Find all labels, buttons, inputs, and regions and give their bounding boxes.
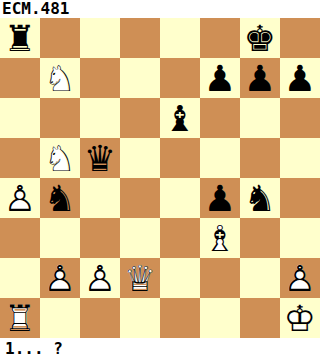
square-b8[interactable] bbox=[40, 18, 80, 58]
white-bishop-piece: ♗ bbox=[200, 218, 240, 258]
square-h2[interactable]: ♟♙ bbox=[280, 258, 320, 298]
footer-bar: 1... ? bbox=[0, 338, 320, 360]
white-knight-piece: ♘ bbox=[40, 58, 80, 98]
white-pawn-piece: ♙ bbox=[280, 258, 320, 298]
square-c5[interactable]: ♛ bbox=[80, 138, 120, 178]
square-e5[interactable] bbox=[160, 138, 200, 178]
square-a5[interactable] bbox=[0, 138, 40, 178]
square-g1[interactable] bbox=[240, 298, 280, 338]
square-c4[interactable] bbox=[80, 178, 120, 218]
square-e3[interactable] bbox=[160, 218, 200, 258]
header-bar: ECM.481 bbox=[0, 0, 320, 18]
move-prompt: 1... ? bbox=[5, 338, 63, 360]
black-bishop-piece: ♝ bbox=[160, 98, 200, 138]
square-g8[interactable]: ♚ bbox=[240, 18, 280, 58]
puzzle-id: ECM.481 bbox=[2, 0, 69, 18]
square-f1[interactable] bbox=[200, 298, 240, 338]
square-e8[interactable] bbox=[160, 18, 200, 58]
square-f5[interactable] bbox=[200, 138, 240, 178]
square-g5[interactable] bbox=[240, 138, 280, 178]
square-f3[interactable]: ♝♗ bbox=[200, 218, 240, 258]
square-b6[interactable] bbox=[40, 98, 80, 138]
square-a3[interactable] bbox=[0, 218, 40, 258]
square-a8[interactable]: ♜ bbox=[0, 18, 40, 58]
square-b2[interactable]: ♟♙ bbox=[40, 258, 80, 298]
square-h5[interactable] bbox=[280, 138, 320, 178]
square-g6[interactable] bbox=[240, 98, 280, 138]
square-d6[interactable] bbox=[120, 98, 160, 138]
square-d5[interactable] bbox=[120, 138, 160, 178]
square-d2[interactable]: ♛♕ bbox=[120, 258, 160, 298]
square-a7[interactable] bbox=[0, 58, 40, 98]
black-pawn-piece: ♟ bbox=[200, 58, 240, 98]
square-h6[interactable] bbox=[280, 98, 320, 138]
square-c6[interactable] bbox=[80, 98, 120, 138]
square-b7[interactable]: ♞♘ bbox=[40, 58, 80, 98]
square-h4[interactable] bbox=[280, 178, 320, 218]
square-c8[interactable] bbox=[80, 18, 120, 58]
square-g2[interactable] bbox=[240, 258, 280, 298]
square-f2[interactable] bbox=[200, 258, 240, 298]
square-d1[interactable] bbox=[120, 298, 160, 338]
square-b1[interactable] bbox=[40, 298, 80, 338]
square-e7[interactable] bbox=[160, 58, 200, 98]
square-d7[interactable] bbox=[120, 58, 160, 98]
black-knight-piece: ♞ bbox=[40, 178, 80, 218]
square-c2[interactable]: ♟♙ bbox=[80, 258, 120, 298]
square-e4[interactable] bbox=[160, 178, 200, 218]
black-king-piece: ♚ bbox=[240, 18, 280, 58]
white-queen-piece: ♕ bbox=[120, 258, 160, 298]
black-pawn-piece: ♟ bbox=[200, 178, 240, 218]
square-c1[interactable] bbox=[80, 298, 120, 338]
square-g3[interactable] bbox=[240, 218, 280, 258]
black-pawn-piece: ♟ bbox=[280, 58, 320, 98]
square-h8[interactable] bbox=[280, 18, 320, 58]
square-b5[interactable]: ♞♘ bbox=[40, 138, 80, 178]
chess-board: ♜♚♞♘♟♟♟♝♞♘♛♟♙♞♟♞♝♗♟♙♟♙♛♕♟♙♜♖♚♔ bbox=[0, 18, 320, 338]
square-a6[interactable] bbox=[0, 98, 40, 138]
square-b4[interactable]: ♞ bbox=[40, 178, 80, 218]
square-a4[interactable]: ♟♙ bbox=[0, 178, 40, 218]
white-rook-piece: ♖ bbox=[0, 298, 40, 338]
black-queen-piece: ♛ bbox=[80, 138, 120, 178]
square-f6[interactable] bbox=[200, 98, 240, 138]
square-h1[interactable]: ♚♔ bbox=[280, 298, 320, 338]
white-king-piece: ♔ bbox=[280, 298, 320, 338]
black-pawn-piece: ♟ bbox=[240, 58, 280, 98]
square-a1[interactable]: ♜♖ bbox=[0, 298, 40, 338]
square-d4[interactable] bbox=[120, 178, 160, 218]
square-g7[interactable]: ♟ bbox=[240, 58, 280, 98]
square-e1[interactable] bbox=[160, 298, 200, 338]
square-b3[interactable] bbox=[40, 218, 80, 258]
square-g4[interactable]: ♞ bbox=[240, 178, 280, 218]
black-knight-piece: ♞ bbox=[240, 178, 280, 218]
square-c7[interactable] bbox=[80, 58, 120, 98]
square-a2[interactable] bbox=[0, 258, 40, 298]
white-pawn-piece: ♙ bbox=[40, 258, 80, 298]
square-h3[interactable] bbox=[280, 218, 320, 258]
white-pawn-piece: ♙ bbox=[0, 178, 40, 218]
white-knight-piece: ♘ bbox=[40, 138, 80, 178]
square-d8[interactable] bbox=[120, 18, 160, 58]
black-rook-piece: ♜ bbox=[0, 18, 40, 58]
square-h7[interactable]: ♟ bbox=[280, 58, 320, 98]
square-d3[interactable] bbox=[120, 218, 160, 258]
square-f4[interactable]: ♟ bbox=[200, 178, 240, 218]
square-e2[interactable] bbox=[160, 258, 200, 298]
square-e6[interactable]: ♝ bbox=[160, 98, 200, 138]
square-f8[interactable] bbox=[200, 18, 240, 58]
square-f7[interactable]: ♟ bbox=[200, 58, 240, 98]
white-pawn-piece: ♙ bbox=[80, 258, 120, 298]
square-c3[interactable] bbox=[80, 218, 120, 258]
